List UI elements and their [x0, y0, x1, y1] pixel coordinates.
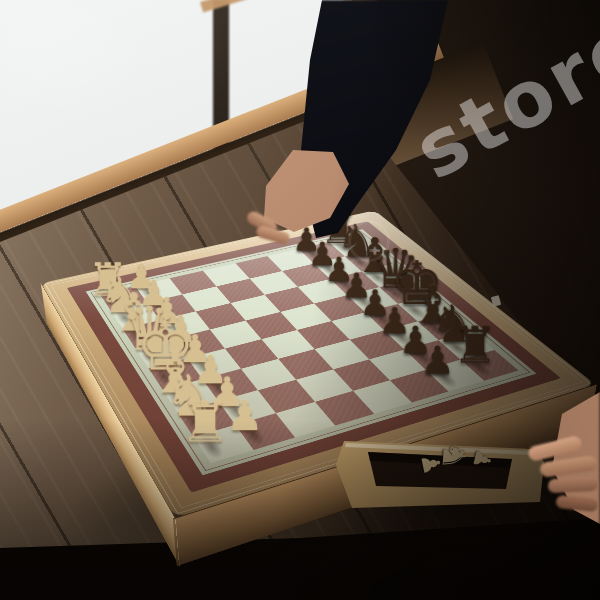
photo-scene: ♜♞♝♛♚♝♞♜♟♟♟♟♟♟♟♟♟♟♟♟♟♟♟♟♜♞♝♛♚♝♞♜ ♟♞♟ sto…: [0, 0, 600, 600]
right-finger-3-icon: [548, 477, 599, 494]
watermark-logo-ring: [348, 220, 390, 262]
